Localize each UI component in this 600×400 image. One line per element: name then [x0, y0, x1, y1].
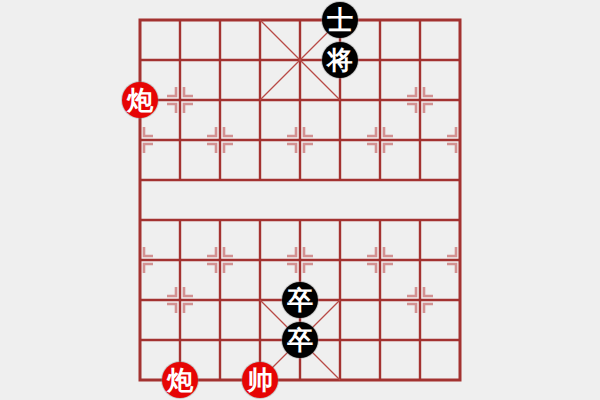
board-cell-red-general: 帅: [240, 360, 280, 400]
xiangqi-screenshot: 士将炮卒卒炮帅: [0, 0, 600, 400]
board-cell-black-general: 将: [320, 40, 360, 80]
piece-black-general[interactable]: 将: [322, 42, 358, 78]
piece-red-cannon-b[interactable]: 炮: [162, 362, 198, 398]
board-cell-black-soldier-b: 卒: [280, 320, 320, 360]
piece-red-general[interactable]: 帅: [242, 362, 278, 398]
xiangqi-pieces-grid: 士将炮卒卒炮帅: [120, 0, 480, 400]
board-cell-red-cannon-b: 炮: [160, 360, 200, 400]
piece-black-soldier-a[interactable]: 卒: [282, 282, 318, 318]
board-cell-black-soldier-a: 卒: [280, 280, 320, 320]
piece-black-advisor[interactable]: 士: [322, 2, 358, 38]
piece-red-cannon-a[interactable]: 炮: [122, 82, 158, 118]
piece-black-soldier-b[interactable]: 卒: [282, 322, 318, 358]
board-cell-black-advisor: 士: [320, 0, 360, 40]
board-cell-red-cannon-a: 炮: [120, 80, 160, 120]
